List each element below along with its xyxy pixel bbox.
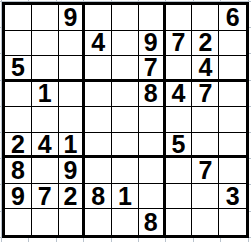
cell-r9c9[interactable] <box>219 209 246 235</box>
cell-r6c7[interactable]: 5 <box>166 133 193 159</box>
cell-r3c2[interactable] <box>32 56 59 82</box>
cell-r2c6[interactable]: 9 <box>139 31 166 57</box>
cell-r8c3[interactable]: 2 <box>59 184 86 210</box>
cell-r4c3[interactable] <box>59 82 86 108</box>
cell-r1c7[interactable] <box>166 5 193 31</box>
cell-r6c9[interactable] <box>219 133 246 159</box>
cell-r7c1[interactable]: 8 <box>5 158 32 184</box>
cell-r7c8[interactable]: 7 <box>192 158 219 184</box>
cell-r1c4[interactable] <box>85 5 112 31</box>
cell-r4c2[interactable]: 1 <box>32 82 59 108</box>
cell-r5c6[interactable] <box>139 107 166 133</box>
cell-r5c4[interactable] <box>85 107 112 133</box>
cell-r1c2[interactable] <box>32 5 59 31</box>
cell-r1c6[interactable] <box>139 5 166 31</box>
cell-r7c6[interactable] <box>139 158 166 184</box>
cell-r2c3[interactable] <box>59 31 86 57</box>
cell-r8c6[interactable] <box>139 184 166 210</box>
cell-r9c2[interactable] <box>32 209 59 235</box>
cell-r9c7[interactable] <box>166 209 193 235</box>
cell-r8c4[interactable]: 8 <box>85 184 112 210</box>
cell-r8c1[interactable]: 9 <box>5 184 32 210</box>
cell-r1c5[interactable] <box>112 5 139 31</box>
cell-r6c1[interactable]: 2 <box>5 133 32 159</box>
cell-r2c9[interactable] <box>219 31 246 57</box>
cell-r7c7[interactable] <box>166 158 193 184</box>
cell-r3c1[interactable]: 5 <box>5 56 32 82</box>
cell-r3c5[interactable] <box>112 56 139 82</box>
cell-r9c8[interactable] <box>192 209 219 235</box>
cell-r1c3[interactable]: 9 <box>59 5 86 31</box>
cell-r5c8[interactable] <box>192 107 219 133</box>
cell-r8c9[interactable]: 3 <box>219 184 246 210</box>
cell-r1c1[interactable] <box>5 5 32 31</box>
cell-r5c5[interactable] <box>112 107 139 133</box>
cell-r7c9[interactable] <box>219 158 246 184</box>
cell-r9c4[interactable] <box>85 209 112 235</box>
cell-r4c6[interactable]: 8 <box>139 82 166 108</box>
cell-r1c8[interactable] <box>192 5 219 31</box>
cell-r9c1[interactable] <box>5 209 32 235</box>
cell-r3c3[interactable] <box>59 56 86 82</box>
cell-r6c4[interactable] <box>85 133 112 159</box>
cell-r9c5[interactable] <box>112 209 139 235</box>
cell-r7c4[interactable] <box>85 158 112 184</box>
cell-r5c3[interactable] <box>59 107 86 133</box>
cell-r2c5[interactable] <box>112 31 139 57</box>
cell-r2c2[interactable] <box>32 31 59 57</box>
cell-r3c4[interactable] <box>85 56 112 82</box>
cell-r9c6[interactable]: 8 <box>139 209 166 235</box>
cell-r8c5[interactable]: 1 <box>112 184 139 210</box>
cell-r4c4[interactable] <box>85 82 112 108</box>
cell-r1c9[interactable]: 6 <box>219 5 246 31</box>
cell-r5c7[interactable] <box>166 107 193 133</box>
cell-r3c8[interactable]: 4 <box>192 56 219 82</box>
cell-r8c7[interactable] <box>166 184 193 210</box>
cell-r4c7[interactable]: 4 <box>166 82 193 108</box>
cell-r6c2[interactable]: 4 <box>32 133 59 159</box>
cell-r4c1[interactable] <box>5 82 32 108</box>
cell-r7c3[interactable]: 9 <box>59 158 86 184</box>
cell-r8c8[interactable] <box>192 184 219 210</box>
sudoku-board: 964972574184724158979728138 <box>2 2 249 238</box>
cell-r7c5[interactable] <box>112 158 139 184</box>
cell-r3c6[interactable]: 7 <box>139 56 166 82</box>
cell-r4c8[interactable]: 7 <box>192 82 219 108</box>
cell-r3c9[interactable] <box>219 56 246 82</box>
cell-r2c4[interactable]: 4 <box>85 31 112 57</box>
cell-r6c3[interactable]: 1 <box>59 133 86 159</box>
cell-r6c8[interactable] <box>192 133 219 159</box>
cell-r2c1[interactable] <box>5 31 32 57</box>
cell-r2c7[interactable]: 7 <box>166 31 193 57</box>
cell-r4c9[interactable] <box>219 82 246 108</box>
cell-r8c2[interactable]: 7 <box>32 184 59 210</box>
cell-r3c7[interactable] <box>166 56 193 82</box>
cell-r5c1[interactable] <box>5 107 32 133</box>
cell-r2c8[interactable]: 2 <box>192 31 219 57</box>
cell-r6c6[interactable] <box>139 133 166 159</box>
cell-r6c5[interactable] <box>112 133 139 159</box>
cell-r9c3[interactable] <box>59 209 86 235</box>
sudoku-screenshot: 964972574184724158979728138 <box>0 0 251 242</box>
cell-r7c2[interactable] <box>32 158 59 184</box>
cell-r5c2[interactable] <box>32 107 59 133</box>
cell-r5c9[interactable] <box>219 107 246 133</box>
cell-r4c5[interactable] <box>112 82 139 108</box>
